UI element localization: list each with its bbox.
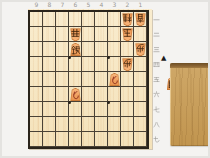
square-8-3: [43, 42, 56, 57]
file-label-8: 8: [43, 1, 56, 9]
square-8-1: [43, 12, 56, 27]
square-9-9: [30, 132, 43, 147]
square-9-3: [30, 42, 43, 57]
square-7-3: [56, 42, 69, 57]
square-7-2: [56, 27, 69, 42]
square-5-5: [82, 72, 95, 87]
square-7-8: [56, 117, 69, 132]
square-8-8: [43, 117, 56, 132]
file-label-9: 9: [30, 1, 43, 9]
square-7-5: [56, 72, 69, 87]
square-4-1: [95, 12, 108, 27]
square-8-4: [43, 57, 56, 72]
square-9-7: [30, 102, 43, 117]
hoshi-dot: [68, 101, 71, 104]
file-label-3: 3: [108, 1, 121, 9]
hoshi-dot: [107, 101, 110, 104]
square-4-6: [95, 87, 108, 102]
rank-label-3: [153, 46, 160, 53]
square-1-8: [134, 117, 147, 132]
square-2-3: [121, 42, 134, 57]
square-7-1: [56, 12, 69, 27]
square-5-3: [82, 42, 95, 57]
square-4-3: [95, 42, 108, 57]
square-5-2: [82, 27, 95, 42]
square-9-4: [30, 57, 43, 72]
square-2-5: [121, 72, 134, 87]
square-4-4: [95, 57, 108, 72]
komadai-piece-stand: [170, 63, 209, 146]
square-8-7: [43, 102, 56, 117]
shogi-diagram: 987654321 2 ▲: [0, 0, 210, 158]
square-9-2: [30, 27, 43, 42]
file-label-7: 7: [56, 1, 69, 9]
square-3-8: [108, 117, 121, 132]
file-label-4: 4: [95, 1, 108, 9]
rank-label-7: [153, 106, 160, 113]
square-6-1: [69, 12, 82, 27]
square-9-1: [30, 12, 43, 27]
square-6-9: [69, 132, 82, 147]
rank-label-2: [153, 31, 160, 38]
file-label-2: 2: [121, 1, 134, 9]
square-8-2: [43, 27, 56, 42]
square-9-8: [30, 117, 43, 132]
square-3-3: [108, 42, 121, 57]
square-9-6: [30, 87, 43, 102]
square-4-9: [95, 132, 108, 147]
square-8-6: [43, 87, 56, 102]
komadai-top-edge: [170, 63, 209, 68]
square-3-7: [108, 102, 121, 117]
rank-label-9: [153, 136, 160, 143]
square-3-1: [108, 12, 121, 27]
rank-label-6: [153, 91, 160, 98]
square-6-8: [69, 117, 82, 132]
file-label-1: 1: [134, 1, 147, 9]
square-5-8: [82, 117, 95, 132]
square-8-9: [43, 132, 56, 147]
square-4-5: [95, 72, 108, 87]
square-5-6: [82, 87, 95, 102]
square-6-7: [69, 102, 82, 117]
square-5-4: [82, 57, 95, 72]
square-1-7: [134, 102, 147, 117]
rank-label-1: [153, 16, 160, 23]
square-2-7: [121, 102, 134, 117]
rank-label-5: [153, 76, 160, 83]
rank-label-8: [153, 121, 160, 128]
square-4-2: [95, 27, 108, 42]
square-5-7: [82, 102, 95, 117]
square-1-5: [134, 72, 147, 87]
square-7-6: [56, 87, 69, 102]
square-7-9: [56, 132, 69, 147]
square-5-1: [82, 12, 95, 27]
square-1-6: [134, 87, 147, 102]
square-1-4: [134, 57, 147, 72]
file-label-5: 5: [82, 1, 95, 9]
hoshi-dot: [68, 56, 71, 59]
square-2-9: [121, 132, 134, 147]
square-3-2: [108, 27, 121, 42]
file-label-6: 6: [69, 1, 82, 9]
square-4-8: [95, 117, 108, 132]
square-8-5: [43, 72, 56, 87]
square-1-9: [134, 132, 147, 147]
square-1-2: [134, 27, 147, 42]
square-4-7: [95, 102, 108, 117]
square-3-4: [108, 57, 121, 72]
square-7-4: [56, 57, 69, 72]
square-6-5: [69, 72, 82, 87]
square-3-9: [108, 132, 121, 147]
square-6-4: [69, 57, 82, 72]
hoshi-dot: [107, 56, 110, 59]
sente-to-move-marker: ▲: [161, 55, 166, 62]
rank-label-4: [153, 61, 160, 68]
square-5-9: [82, 132, 95, 147]
square-9-5: [30, 72, 43, 87]
square-3-6: [108, 87, 121, 102]
square-2-6: [121, 87, 134, 102]
square-7-7: [56, 102, 69, 117]
square-2-8: [121, 117, 134, 132]
